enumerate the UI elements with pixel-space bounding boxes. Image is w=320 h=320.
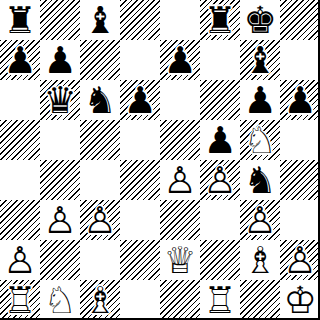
square-h2[interactable]: ♟♙ [280, 240, 320, 280]
square-e4[interactable]: ♟♙ [160, 160, 200, 200]
square-a2[interactable]: ♟♙ [0, 240, 40, 280]
square-c4[interactable] [80, 160, 120, 200]
square-d7[interactable] [120, 40, 160, 80]
piece-white-pawn-c3: ♙ [80, 200, 120, 240]
square-b5[interactable] [40, 120, 80, 160]
piece-black-pawn-f5: ♟ [200, 120, 240, 160]
square-g4[interactable]: ♞♞ [240, 160, 280, 200]
chess-board: ♜♜♝♝♜♜♚♚♟♟♟♟♟♟♝♝♛♛♞♞♟♟♟♟♟♟♟♟♞♘♟♙♟♙♞♞♟♙♟♙… [0, 0, 320, 320]
square-e5[interactable] [160, 120, 200, 160]
square-g8[interactable]: ♚♚ [240, 0, 280, 40]
piece-black-pawn-g6: ♟ [240, 80, 280, 120]
square-a5[interactable] [0, 120, 40, 160]
square-b2[interactable] [40, 240, 80, 280]
square-g6[interactable]: ♟♟ [240, 80, 280, 120]
square-d2[interactable] [120, 240, 160, 280]
piece-white-bishop-g2: ♗ [240, 240, 280, 280]
square-g7[interactable]: ♝♝ [240, 40, 280, 80]
piece-white-bishop-c1: ♗ [80, 280, 120, 320]
piece-white-pawn-e4: ♙ [160, 160, 200, 200]
piece-white-queen-e2: ♕ [160, 240, 200, 280]
piece-white-knight-g5: ♘ [240, 120, 280, 160]
square-d4[interactable] [120, 160, 160, 200]
square-g2[interactable]: ♝♗ [240, 240, 280, 280]
square-b6[interactable]: ♛♛ [40, 80, 80, 120]
piece-white-pawn-b3: ♙ [40, 200, 80, 240]
piece-white-rook-f1: ♖ [200, 280, 240, 320]
piece-black-bishop-c8: ♝ [80, 0, 120, 40]
square-c5[interactable] [80, 120, 120, 160]
piece-white-rook-a1: ♖ [0, 280, 40, 320]
square-c2[interactable] [80, 240, 120, 280]
square-g1[interactable] [240, 280, 280, 320]
square-f6[interactable] [200, 80, 240, 120]
square-a3[interactable] [0, 200, 40, 240]
square-a7[interactable]: ♟♟ [0, 40, 40, 80]
piece-white-pawn-g3: ♙ [240, 200, 280, 240]
square-f8[interactable]: ♜♜ [200, 0, 240, 40]
piece-black-pawn-a7: ♟ [0, 40, 40, 80]
square-d3[interactable] [120, 200, 160, 240]
square-h3[interactable] [280, 200, 320, 240]
square-h5[interactable] [280, 120, 320, 160]
piece-white-pawn-a2: ♙ [0, 240, 40, 280]
square-e2[interactable]: ♛♕ [160, 240, 200, 280]
square-f3[interactable] [200, 200, 240, 240]
piece-black-pawn-b7: ♟ [40, 40, 80, 80]
square-e1[interactable] [160, 280, 200, 320]
square-b8[interactable] [40, 0, 80, 40]
piece-black-pawn-e7: ♟ [160, 40, 200, 80]
square-f4[interactable]: ♟♙ [200, 160, 240, 200]
square-c7[interactable] [80, 40, 120, 80]
square-d1[interactable] [120, 280, 160, 320]
square-d6[interactable]: ♟♟ [120, 80, 160, 120]
square-h8[interactable] [280, 0, 320, 40]
piece-black-king-g8: ♚ [240, 0, 280, 40]
square-a1[interactable]: ♜♖ [0, 280, 40, 320]
square-d5[interactable] [120, 120, 160, 160]
square-a6[interactable] [0, 80, 40, 120]
piece-black-bishop-g7: ♝ [240, 40, 280, 80]
square-e8[interactable] [160, 0, 200, 40]
piece-black-pawn-h6: ♟ [280, 80, 320, 120]
piece-white-pawn-f4: ♙ [200, 160, 240, 200]
square-e6[interactable] [160, 80, 200, 120]
piece-black-knight-c6: ♞ [80, 80, 120, 120]
square-h6[interactable]: ♟♟ [280, 80, 320, 120]
piece-black-rook-a8: ♜ [0, 0, 40, 40]
square-c8[interactable]: ♝♝ [80, 0, 120, 40]
piece-black-pawn-d6: ♟ [120, 80, 160, 120]
square-g5[interactable]: ♞♘ [240, 120, 280, 160]
square-f7[interactable] [200, 40, 240, 80]
piece-black-queen-b6: ♛ [40, 80, 80, 120]
square-b7[interactable]: ♟♟ [40, 40, 80, 80]
square-b1[interactable]: ♞♘ [40, 280, 80, 320]
square-h1[interactable]: ♚♔ [280, 280, 320, 320]
square-c6[interactable]: ♞♞ [80, 80, 120, 120]
square-d8[interactable] [120, 0, 160, 40]
piece-white-king-h1: ♔ [280, 280, 320, 320]
piece-black-knight-g4: ♞ [240, 160, 280, 200]
square-f2[interactable] [200, 240, 240, 280]
square-e7[interactable]: ♟♟ [160, 40, 200, 80]
square-h7[interactable] [280, 40, 320, 80]
square-b3[interactable]: ♟♙ [40, 200, 80, 240]
chess-diagram: ♜♜♝♝♜♜♚♚♟♟♟♟♟♟♝♝♛♛♞♞♟♟♟♟♟♟♟♟♞♘♟♙♟♙♞♞♟♙♟♙… [0, 0, 320, 320]
square-f1[interactable]: ♜♖ [200, 280, 240, 320]
square-b4[interactable] [40, 160, 80, 200]
square-c3[interactable]: ♟♙ [80, 200, 120, 240]
piece-black-rook-f8: ♜ [200, 0, 240, 40]
square-e3[interactable] [160, 200, 200, 240]
square-f5[interactable]: ♟♟ [200, 120, 240, 160]
piece-white-knight-b1: ♘ [40, 280, 80, 320]
square-a8[interactable]: ♜♜ [0, 0, 40, 40]
square-a4[interactable] [0, 160, 40, 200]
piece-white-pawn-h2: ♙ [280, 240, 320, 280]
square-c1[interactable]: ♝♗ [80, 280, 120, 320]
square-g3[interactable]: ♟♙ [240, 200, 280, 240]
square-h4[interactable] [280, 160, 320, 200]
